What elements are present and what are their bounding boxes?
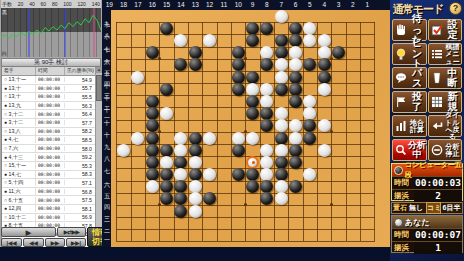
graph-x-tick: 120 (77, 1, 85, 7)
black-stone (275, 46, 288, 59)
grid-line (116, 83, 375, 84)
graph-plot: 黒 白 (1, 8, 101, 57)
table-column-header: 時間 (36, 67, 65, 75)
time-cell: 00:00:00 (36, 206, 65, 211)
time-cell: 00:00:00 (36, 94, 65, 99)
time-cell: 00:00:00 (36, 86, 65, 91)
black-stone (232, 58, 245, 71)
star-point (330, 130, 333, 133)
checkbox-icon (431, 24, 443, 36)
table-row[interactable]: ○ 10,十二00:00:0056.9 (2, 214, 102, 223)
player-panel-you: あなた 時間 00:00:07 揚浜 1 (391, 215, 463, 253)
row-label-十二: 十二 (102, 97, 111, 108)
white-stone (131, 71, 144, 84)
white-stone (275, 180, 288, 193)
computer-captures-row: 揚浜 2 (392, 189, 462, 202)
black-stone (289, 156, 302, 169)
table-body: ○ 13,十一00:00:0054.9● 13,十00:00:0055.7○ 1… (2, 76, 102, 239)
flag-icon (395, 96, 407, 108)
table-row[interactable]: ● 13,十00:00:0055.7 (2, 85, 102, 94)
grid-icon (431, 96, 443, 108)
time-cell: 00:00:00 (36, 189, 65, 194)
white-stone (289, 58, 302, 71)
white-stone (146, 180, 159, 193)
black-stone (289, 95, 302, 108)
white-stone (275, 58, 288, 71)
white-stone (318, 34, 331, 47)
white-stone (260, 83, 273, 96)
time-label: 時間 (392, 178, 414, 188)
white-stone (318, 83, 331, 96)
black-stone (289, 83, 302, 96)
komi-value: 6目半 (441, 203, 462, 213)
winrate-cell: 56.8 (65, 189, 95, 195)
time-cell: 00:00:00 (36, 120, 65, 125)
black-stone (303, 119, 316, 132)
row-label-六: 六 (102, 170, 111, 181)
white-stone (189, 192, 202, 205)
button-label: 投了 (408, 92, 426, 113)
grid-line (116, 229, 375, 230)
star-point (244, 57, 247, 60)
last-move-button[interactable]: ▶▶| (66, 238, 86, 247)
winrate-cell: 57.7 (65, 120, 95, 126)
calc-icon (395, 120, 407, 132)
computer-time-value: 00:00:03 (414, 177, 462, 189)
white-stone (189, 156, 202, 169)
graph-black-label: 黒 (2, 9, 7, 15)
black-stone (246, 34, 259, 47)
white-stone (174, 168, 187, 181)
black-stone (189, 144, 202, 157)
move-cell: ○ 13,十一 (2, 76, 36, 83)
タイトルへ戻る-button[interactable]: タイトルへ戻る (428, 115, 462, 137)
table-column-header: 黒の勝率(%) (65, 67, 97, 75)
winrate-cell: 58.1 (65, 206, 95, 212)
move-cell: ○ 5,十四 (2, 179, 36, 186)
row-label-一: 一 (102, 231, 111, 242)
white-stone (246, 132, 259, 145)
player-you-header: あなた (392, 216, 462, 228)
white-stone (289, 132, 302, 145)
button-label: 設定 (444, 20, 461, 41)
move-cell: ● 11,六 (2, 188, 36, 195)
分析中-button[interactable]: 分析中 (392, 139, 427, 161)
パス-button[interactable]: パス (392, 67, 427, 89)
move-cell: ○ 13,八 (2, 128, 36, 135)
winrate-cell: 54.9 (65, 77, 95, 83)
grid-line (116, 193, 375, 194)
winrate-cell: 59.2 (65, 154, 95, 160)
table-row[interactable]: ○ 3,十二00:00:0056.4 (2, 110, 102, 119)
table-row[interactable]: ● 12,四00:00:0058.1 (2, 205, 102, 214)
autoplay-button[interactable]: ▶⇄▶▶ (57, 227, 86, 237)
black-stone (174, 192, 187, 205)
black-stone (146, 107, 159, 120)
black-stone (289, 22, 302, 35)
you-time-value: 00:00:07 (414, 229, 462, 241)
white-stone-icon (394, 218, 403, 227)
winrate-graph: 手数20406080100120140 黒 白 (1, 0, 101, 57)
you-time-row: 時間 00:00:07 (392, 228, 462, 241)
table-row[interactable]: ○ 13,八00:00:0058.2 (2, 128, 102, 137)
star-point (158, 57, 161, 60)
candidate-move-table: 着手時間黒の勝率(%) ○ 13,十一00:00:0054.9● 13,十00:… (1, 67, 102, 247)
white-stone (260, 156, 273, 169)
graph-x-tick: 100 (63, 1, 71, 7)
black-stone (246, 168, 259, 181)
candidate-list-title: 第 90手 検討 (1, 58, 101, 67)
row-label-八: 八 (102, 146, 111, 157)
time-cell: 00:00:00 (36, 146, 65, 151)
row-label-十六: 十六 (102, 48, 111, 59)
table-row[interactable]: ○ 7,六00:00:0058.0 (2, 145, 102, 154)
table-row[interactable]: ○ 13,十一00:00:0054.9 (2, 76, 102, 85)
black-stone (160, 83, 173, 96)
star-point (158, 203, 161, 206)
button-label: 新規 (444, 92, 461, 113)
black-stone (189, 58, 202, 71)
white-stone (174, 34, 187, 47)
go-board-area: 19181716151413121110987654321 十九十八十七十六十五… (102, 0, 390, 247)
control-panel: 通常モード ? 待った設定ヒント棋譜メニューパス中断投了新規地合計算タイトルへ戻… (390, 0, 464, 261)
time-cell: 00:00:00 (36, 112, 65, 117)
time-cell: 00:00:00 (36, 129, 65, 134)
graph-x-tick: 手数 (2, 1, 12, 7)
white-stone (260, 168, 273, 181)
bulb-icon (395, 48, 407, 60)
black-stone (203, 192, 216, 205)
white-stone (275, 119, 288, 132)
time-cell: 00:00:00 (36, 198, 65, 203)
captures-label: 揚浜 (392, 243, 414, 253)
table-row[interactable]: ● 4,十三00:00:0059.2 (2, 153, 102, 162)
分析停止-button[interactable]: 分析停止 (428, 139, 462, 161)
player-computer-header: コンピューター五段 (392, 164, 462, 176)
table-row[interactable]: ○ 6,十五00:00:0057.5 (2, 196, 102, 205)
winrate-cell: 55.3 (65, 163, 95, 169)
grid-line (116, 241, 375, 242)
black-stone (275, 83, 288, 96)
move-cell: ● 13,十 (2, 85, 36, 92)
handicap-value: 無し (409, 203, 426, 213)
white-stone (117, 144, 130, 157)
star-point (330, 203, 333, 206)
captures-label: 揚浜 (392, 191, 414, 201)
back-button[interactable]: ◀◀ (23, 238, 44, 247)
棋譜メニュー-button[interactable]: 棋譜メニュー (428, 43, 462, 65)
white-stone (275, 71, 288, 84)
graph-x-tick: 140 (92, 1, 100, 7)
black-stone-icon (394, 166, 403, 175)
white-stone (318, 46, 331, 59)
white-stone (131, 132, 144, 145)
winrate-cell: 56.3 (65, 103, 95, 109)
star-point (330, 57, 333, 60)
black-stone (232, 144, 245, 157)
move-cell: ○ 15,十一 (2, 162, 36, 169)
time-cell: 00:00:00 (36, 163, 65, 168)
black-stone (189, 168, 202, 181)
white-stone (275, 192, 288, 205)
menu-icon (431, 48, 443, 60)
ヒント-button[interactable]: ヒント (392, 43, 427, 65)
black-stone (303, 132, 316, 145)
grid-line (116, 71, 375, 72)
cup-icon (431, 72, 443, 84)
black-stone (260, 192, 273, 205)
table-header: 着手時間黒の勝率(%) (2, 67, 102, 76)
help-button[interactable]: ? (449, 2, 462, 15)
button-label: ヒント (408, 38, 426, 70)
winrate-cell: 56.9 (65, 214, 95, 220)
graph-x-tick: 80 (52, 1, 58, 7)
winrate-cell: 55.5 (65, 94, 95, 100)
winrate-cell: 57.5 (65, 197, 95, 203)
you-captures-row: 揚浜 1 (392, 241, 462, 254)
black-stone (246, 95, 259, 108)
go-board[interactable] (111, 10, 390, 247)
row-label-十八: 十八 (102, 24, 111, 35)
move-cell: ○ 3,十二 (2, 111, 36, 118)
move-cell: ● 13,九 (2, 102, 36, 109)
winrate-cell: 57.1 (65, 180, 95, 186)
black-stone (146, 119, 159, 132)
white-stone (232, 132, 245, 145)
black-stone (160, 22, 173, 35)
move-cell: ○ 13,十 (2, 93, 36, 100)
grid-line (116, 34, 375, 35)
row-label-四: 四 (102, 194, 111, 205)
move-cell: ○ 10,十二 (2, 214, 36, 221)
return-icon (431, 120, 443, 132)
white-stone (275, 107, 288, 120)
table-row[interactable]: ○ 13,十00:00:0055.5 (2, 93, 102, 102)
hand-icon (395, 24, 407, 36)
move-cell: ● 4,七 (2, 136, 36, 143)
white-stone (275, 144, 288, 157)
black-stone (289, 34, 302, 47)
row-label-九: 九 (102, 134, 111, 145)
投了-button[interactable]: 投了 (392, 91, 427, 113)
white-stone (318, 144, 331, 157)
white-stone (260, 144, 273, 157)
white-stone (260, 46, 273, 59)
black-stone (275, 156, 288, 169)
table-column-header: 着手 (2, 67, 36, 75)
magnifier-icon (395, 144, 407, 156)
black-stone (174, 180, 187, 193)
time-cell: 00:00:00 (36, 137, 65, 142)
time-cell: 00:00:00 (36, 155, 65, 160)
black-stone (260, 58, 273, 71)
black-stone (246, 107, 259, 120)
white-stone (203, 168, 216, 181)
row-label-三: 三 (102, 207, 111, 218)
white-stone (203, 132, 216, 145)
black-stone (146, 156, 159, 169)
col-label-1: 1 (359, 0, 375, 9)
white-stone (160, 107, 173, 120)
black-stone (160, 144, 173, 157)
move-cell: ● 4,十三 (2, 154, 36, 161)
black-stone (318, 71, 331, 84)
move-cell: ● 12,四 (2, 205, 36, 212)
button-label: 地合計算 (408, 119, 426, 134)
star-point (244, 130, 247, 133)
新規-button[interactable]: 新規 (428, 91, 462, 113)
time-cell: 00:00:00 (36, 215, 65, 220)
winrate-cell: 58.5 (65, 137, 95, 143)
white-stone (289, 119, 302, 132)
black-stone (246, 22, 259, 35)
player-you-name: あなた (405, 217, 430, 228)
handicap-label: 置石 (392, 203, 409, 213)
中断-button[interactable]: 中断 (428, 67, 462, 89)
black-stone (260, 180, 273, 193)
star-point (244, 203, 247, 206)
white-stone (189, 205, 202, 218)
row-label-十四: 十四 (102, 73, 111, 84)
white-stone (289, 46, 302, 59)
black-stone (260, 107, 273, 120)
black-stone (160, 192, 173, 205)
graph-white-label: 白 (2, 50, 7, 56)
black-stone (318, 58, 331, 71)
black-stone (232, 83, 245, 96)
table-row[interactable]: ● 3,十二00:00:0057.7 (2, 119, 102, 128)
last-move-stone (246, 156, 259, 169)
black-stone (174, 156, 187, 169)
black-stone (275, 132, 288, 145)
white-stone (189, 180, 202, 193)
star-point (158, 130, 161, 133)
black-stone (160, 168, 173, 181)
black-stone (146, 95, 159, 108)
black-stone (246, 180, 259, 193)
graph-x-tick: 60 (41, 1, 47, 7)
row-label-五: 五 (102, 182, 111, 193)
black-stone (260, 22, 273, 35)
computer-time-row: 時間 00:00:03 (392, 176, 462, 189)
button-label: 分析停止 (444, 143, 461, 158)
speech-icon (395, 72, 407, 84)
grid-line (116, 22, 375, 23)
table-row[interactable]: ○ 5,十四00:00:0057.1 (2, 179, 102, 188)
black-stone (303, 58, 316, 71)
地合計算-button[interactable]: 地合計算 (392, 115, 427, 137)
white-stone (174, 132, 187, 145)
table-row[interactable]: ● 11,六00:00:0056.8 (2, 188, 102, 197)
black-stone (289, 180, 302, 193)
black-stone (146, 132, 159, 145)
white-stone (275, 10, 288, 23)
play-button[interactable]: ▶ (1, 227, 56, 237)
winrate-cell: 58.3 (65, 171, 95, 177)
time-cell: 00:00:00 (36, 103, 65, 108)
black-stone (275, 168, 288, 181)
table-row[interactable]: ○ 15,十一00:00:0055.3 (2, 162, 102, 171)
設定-button[interactable]: 設定 (428, 19, 462, 41)
winrate-cell: 55.7 (65, 85, 95, 91)
black-stone (146, 168, 159, 181)
time-cell: 00:00:00 (36, 77, 65, 82)
white-stone (260, 95, 273, 108)
you-captures-value: 1 (414, 242, 462, 254)
table-scrollbar[interactable]: ▲ ▼ (95, 67, 102, 247)
table-row[interactable]: ● 13,九00:00:0056.3 (2, 102, 102, 111)
white-stone (246, 83, 259, 96)
white-stone (303, 168, 316, 181)
graph-x-tick: 40 (29, 1, 35, 7)
black-stone (189, 132, 202, 145)
row-label-十三: 十三 (102, 85, 111, 96)
black-stone (174, 58, 187, 71)
black-stone (232, 46, 245, 59)
button-label: パス (408, 68, 426, 89)
graph-x-axis: 手数20406080100120140 (1, 0, 101, 8)
row-label-十一: 十一 (102, 109, 111, 120)
stop-icon (431, 144, 443, 156)
table-row[interactable]: ● 4,七00:00:0058.5 (2, 136, 102, 145)
graph-x-tick: 20 (18, 1, 24, 7)
black-stone (246, 71, 259, 84)
black-stone (174, 205, 187, 218)
forward-button[interactable]: ▶▶ (45, 238, 65, 247)
button-label: 棋譜メニュー (444, 43, 461, 65)
white-stone (303, 22, 316, 35)
black-stone (189, 46, 202, 59)
button-label: 中断 (444, 68, 461, 89)
time-cell: 00:00:00 (36, 180, 65, 185)
white-stone (303, 107, 316, 120)
black-stone (260, 119, 273, 132)
move-cell: ○ 6,十五 (2, 197, 36, 204)
row-label-十: 十 (102, 121, 111, 132)
table-row[interactable]: ● 14,七00:00:0058.3 (2, 171, 102, 180)
white-stone (318, 119, 331, 132)
button-label: タイトルへ戻る (444, 111, 461, 140)
white-stone (174, 144, 187, 157)
winrate-cell: 58.2 (65, 128, 95, 134)
white-stone (160, 156, 173, 169)
row-label-七: 七 (102, 158, 111, 169)
komi-label: コミ (426, 202, 441, 214)
white-stone (303, 95, 316, 108)
time-label: 時間 (392, 230, 414, 240)
black-stone (275, 34, 288, 47)
row-label-十五: 十五 (102, 60, 111, 71)
winrate-cell: 58.0 (65, 146, 95, 152)
black-stone (289, 71, 302, 84)
row-label-二: 二 (102, 219, 111, 230)
first-move-button[interactable]: |◀◀ (1, 238, 22, 247)
app-root: 手数20406080100120140 黒 白 第 90手 検討 着手時間黒の勝… (0, 0, 464, 261)
row-label-十七: 十七 (102, 36, 111, 47)
black-stone (332, 46, 345, 59)
black-stone (232, 71, 245, 84)
black-stone (232, 168, 245, 181)
grid-line (116, 217, 375, 218)
player-panel-computer: コンピューター五段 時間 00:00:03 揚浜 2 (391, 163, 463, 201)
white-stone (303, 34, 316, 47)
black-stone (146, 144, 159, 157)
move-cell: ● 14,七 (2, 171, 36, 178)
button-label: 分析中 (408, 141, 426, 160)
white-stone (203, 34, 216, 47)
move-cell: ○ 7,六 (2, 145, 36, 152)
row-label-十九: 十九 (102, 12, 111, 23)
